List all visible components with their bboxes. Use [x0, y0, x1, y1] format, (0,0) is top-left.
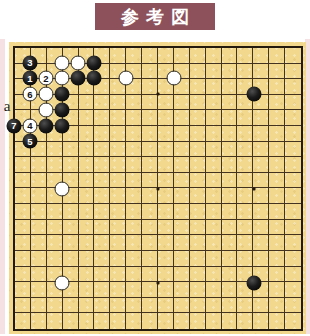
- intersection-7-12[interactable]: [102, 212, 118, 228]
- intersection-6-1[interactable]: [86, 39, 102, 55]
- intersection-17-13[interactable]: [262, 228, 278, 244]
- intersection-6-15[interactable]: [86, 260, 102, 276]
- intersection-5-3[interactable]: [70, 71, 86, 87]
- intersection-15-14[interactable]: [230, 244, 246, 260]
- intersection-15-1[interactable]: [230, 39, 246, 55]
- intersection-9-17[interactable]: [134, 291, 150, 307]
- intersection-12-9[interactable]: [182, 165, 198, 181]
- intersection-15-15[interactable]: [230, 260, 246, 276]
- intersection-19-3[interactable]: [294, 71, 310, 87]
- intersection-8-6[interactable]: [118, 118, 134, 134]
- intersection-1-10[interactable]: [6, 181, 22, 197]
- intersection-5-14[interactable]: [70, 244, 86, 260]
- intersection-18-15[interactable]: [278, 260, 294, 276]
- intersection-10-13[interactable]: [150, 228, 166, 244]
- intersection-8-17[interactable]: [118, 291, 134, 307]
- intersection-13-16[interactable]: [198, 275, 214, 291]
- intersection-7-9[interactable]: [102, 165, 118, 181]
- intersection-13-11[interactable]: [198, 197, 214, 213]
- intersection-1-5[interactable]: a: [6, 102, 22, 118]
- intersection-15-13[interactable]: [230, 228, 246, 244]
- intersection-7-17[interactable]: [102, 291, 118, 307]
- intersection-8-15[interactable]: [118, 260, 134, 276]
- intersection-14-17[interactable]: [214, 291, 230, 307]
- intersection-11-19[interactable]: [166, 323, 182, 336]
- intersection-11-5[interactable]: [166, 102, 182, 118]
- intersection-17-2[interactable]: [262, 55, 278, 71]
- intersection-3-2[interactable]: [38, 55, 54, 71]
- intersection-7-2[interactable]: [102, 55, 118, 71]
- intersection-4-11[interactable]: [54, 197, 70, 213]
- intersection-4-12[interactable]: [54, 212, 70, 228]
- intersection-3-10[interactable]: [38, 181, 54, 197]
- intersection-7-15[interactable]: [102, 260, 118, 276]
- intersection-16-4[interactable]: [246, 86, 262, 102]
- intersection-7-18[interactable]: [102, 307, 118, 323]
- intersection-16-6[interactable]: [246, 118, 262, 134]
- intersection-10-15[interactable]: [150, 260, 166, 276]
- intersection-13-15[interactable]: [198, 260, 214, 276]
- intersection-4-7[interactable]: [54, 134, 70, 150]
- intersection-12-3[interactable]: [182, 71, 198, 87]
- intersection-11-17[interactable]: [166, 291, 182, 307]
- intersection-5-15[interactable]: [70, 260, 86, 276]
- intersection-4-10[interactable]: [54, 181, 70, 197]
- intersection-6-9[interactable]: [86, 165, 102, 181]
- intersection-8-12[interactable]: [118, 212, 134, 228]
- intersection-6-10[interactable]: [86, 181, 102, 197]
- intersection-12-4[interactable]: [182, 86, 198, 102]
- intersection-18-9[interactable]: [278, 165, 294, 181]
- intersection-11-6[interactable]: [166, 118, 182, 134]
- intersection-4-16[interactable]: [54, 275, 70, 291]
- intersection-12-8[interactable]: [182, 149, 198, 165]
- intersection-13-2[interactable]: [198, 55, 214, 71]
- intersection-10-6[interactable]: [150, 118, 166, 134]
- intersection-10-5[interactable]: [150, 102, 166, 118]
- intersection-6-6[interactable]: [86, 118, 102, 134]
- intersection-10-14[interactable]: [150, 244, 166, 260]
- intersection-14-10[interactable]: [214, 181, 230, 197]
- intersection-16-12[interactable]: [246, 212, 262, 228]
- intersection-7-8[interactable]: [102, 149, 118, 165]
- intersection-17-15[interactable]: [262, 260, 278, 276]
- intersection-4-6[interactable]: [54, 118, 70, 134]
- intersection-12-16[interactable]: [182, 275, 198, 291]
- intersection-16-17[interactable]: [246, 291, 262, 307]
- intersection-14-5[interactable]: [214, 102, 230, 118]
- intersection-1-7[interactable]: [6, 134, 22, 150]
- intersection-8-4[interactable]: [118, 86, 134, 102]
- intersection-8-13[interactable]: [118, 228, 134, 244]
- intersection-15-2[interactable]: [230, 55, 246, 71]
- intersection-19-19[interactable]: [294, 323, 310, 336]
- intersection-3-18[interactable]: [38, 307, 54, 323]
- intersection-4-19[interactable]: [54, 323, 70, 336]
- intersection-16-2[interactable]: [246, 55, 262, 71]
- intersection-2-6[interactable]: 4: [22, 118, 38, 134]
- intersection-17-10[interactable]: [262, 181, 278, 197]
- intersection-5-1[interactable]: [70, 39, 86, 55]
- intersection-16-7[interactable]: [246, 134, 262, 150]
- intersection-1-8[interactable]: [6, 149, 22, 165]
- intersection-5-4[interactable]: [70, 86, 86, 102]
- intersection-17-17[interactable]: [262, 291, 278, 307]
- intersection-10-17[interactable]: [150, 291, 166, 307]
- intersection-18-1[interactable]: [278, 39, 294, 55]
- intersection-8-19[interactable]: [118, 323, 134, 336]
- intersection-2-5[interactable]: [22, 102, 38, 118]
- intersection-13-4[interactable]: [198, 86, 214, 102]
- intersection-8-1[interactable]: [118, 39, 134, 55]
- intersection-10-4[interactable]: [150, 86, 166, 102]
- intersection-8-3[interactable]: [118, 71, 134, 87]
- intersection-3-6[interactable]: [38, 118, 54, 134]
- intersection-7-16[interactable]: [102, 275, 118, 291]
- intersection-3-9[interactable]: [38, 165, 54, 181]
- intersection-8-9[interactable]: [118, 165, 134, 181]
- intersection-17-5[interactable]: [262, 102, 278, 118]
- intersection-6-17[interactable]: [86, 291, 102, 307]
- intersection-16-14[interactable]: [246, 244, 262, 260]
- intersection-15-4[interactable]: [230, 86, 246, 102]
- intersection-14-13[interactable]: [214, 228, 230, 244]
- intersection-19-12[interactable]: [294, 212, 310, 228]
- intersection-2-1[interactable]: [22, 39, 38, 55]
- intersection-11-13[interactable]: [166, 228, 182, 244]
- intersection-2-10[interactable]: [22, 181, 38, 197]
- intersection-16-9[interactable]: [246, 165, 262, 181]
- intersection-11-2[interactable]: [166, 55, 182, 71]
- intersection-14-19[interactable]: [214, 323, 230, 336]
- intersection-10-2[interactable]: [150, 55, 166, 71]
- intersection-9-12[interactable]: [134, 212, 150, 228]
- intersection-18-18[interactable]: [278, 307, 294, 323]
- intersection-17-19[interactable]: [262, 323, 278, 336]
- intersection-5-8[interactable]: [70, 149, 86, 165]
- intersection-4-17[interactable]: [54, 291, 70, 307]
- intersection-9-11[interactable]: [134, 197, 150, 213]
- intersection-17-18[interactable]: [262, 307, 278, 323]
- intersection-10-19[interactable]: [150, 323, 166, 336]
- intersection-12-17[interactable]: [182, 291, 198, 307]
- intersection-15-9[interactable]: [230, 165, 246, 181]
- intersection-1-19[interactable]: [6, 323, 22, 336]
- intersection-4-9[interactable]: [54, 165, 70, 181]
- intersection-3-12[interactable]: [38, 212, 54, 228]
- intersection-10-9[interactable]: [150, 165, 166, 181]
- intersection-6-11[interactable]: [86, 197, 102, 213]
- intersection-2-12[interactable]: [22, 212, 38, 228]
- intersection-13-14[interactable]: [198, 244, 214, 260]
- intersection-18-3[interactable]: [278, 71, 294, 87]
- intersection-12-6[interactable]: [182, 118, 198, 134]
- intersection-17-11[interactable]: [262, 197, 278, 213]
- intersection-19-2[interactable]: [294, 55, 310, 71]
- intersection-19-18[interactable]: [294, 307, 310, 323]
- intersection-9-8[interactable]: [134, 149, 150, 165]
- intersection-11-12[interactable]: [166, 212, 182, 228]
- intersection-6-7[interactable]: [86, 134, 102, 150]
- intersection-13-9[interactable]: [198, 165, 214, 181]
- intersection-5-17[interactable]: [70, 291, 86, 307]
- intersection-10-18[interactable]: [150, 307, 166, 323]
- intersection-19-5[interactable]: [294, 102, 310, 118]
- intersection-7-11[interactable]: [102, 197, 118, 213]
- intersection-19-14[interactable]: [294, 244, 310, 260]
- intersection-13-6[interactable]: [198, 118, 214, 134]
- intersection-8-10[interactable]: [118, 181, 134, 197]
- intersection-11-9[interactable]: [166, 165, 182, 181]
- intersection-2-3[interactable]: 1: [22, 71, 38, 87]
- intersection-5-10[interactable]: [70, 181, 86, 197]
- intersection-15-10[interactable]: [230, 181, 246, 197]
- intersection-3-8[interactable]: [38, 149, 54, 165]
- intersection-10-11[interactable]: [150, 197, 166, 213]
- intersection-17-8[interactable]: [262, 149, 278, 165]
- intersection-15-6[interactable]: [230, 118, 246, 134]
- intersection-4-5[interactable]: [54, 102, 70, 118]
- intersection-19-4[interactable]: [294, 86, 310, 102]
- intersection-6-16[interactable]: [86, 275, 102, 291]
- intersection-19-11[interactable]: [294, 197, 310, 213]
- intersection-3-5[interactable]: [38, 102, 54, 118]
- intersection-12-19[interactable]: [182, 323, 198, 336]
- intersection-1-2[interactable]: [6, 55, 22, 71]
- intersection-1-3[interactable]: [6, 71, 22, 87]
- intersection-3-15[interactable]: [38, 260, 54, 276]
- intersection-4-1[interactable]: [54, 39, 70, 55]
- intersection-13-10[interactable]: [198, 181, 214, 197]
- intersection-19-9[interactable]: [294, 165, 310, 181]
- intersection-13-8[interactable]: [198, 149, 214, 165]
- intersection-1-16[interactable]: [6, 275, 22, 291]
- intersection-6-18[interactable]: [86, 307, 102, 323]
- intersection-18-14[interactable]: [278, 244, 294, 260]
- intersection-2-16[interactable]: [22, 275, 38, 291]
- intersection-18-13[interactable]: [278, 228, 294, 244]
- intersection-18-10[interactable]: [278, 181, 294, 197]
- intersection-4-8[interactable]: [54, 149, 70, 165]
- intersection-10-7[interactable]: [150, 134, 166, 150]
- intersection-14-9[interactable]: [214, 165, 230, 181]
- intersection-19-8[interactable]: [294, 149, 310, 165]
- intersection-7-4[interactable]: [102, 86, 118, 102]
- intersection-11-3[interactable]: [166, 71, 182, 87]
- intersection-1-9[interactable]: [6, 165, 22, 181]
- intersection-15-7[interactable]: [230, 134, 246, 150]
- intersection-7-6[interactable]: [102, 118, 118, 134]
- intersection-1-15[interactable]: [6, 260, 22, 276]
- intersection-18-8[interactable]: [278, 149, 294, 165]
- intersection-3-4[interactable]: [38, 86, 54, 102]
- intersection-17-4[interactable]: [262, 86, 278, 102]
- intersection-10-3[interactable]: [150, 71, 166, 87]
- intersection-14-11[interactable]: [214, 197, 230, 213]
- intersection-18-4[interactable]: [278, 86, 294, 102]
- intersection-5-16[interactable]: [70, 275, 86, 291]
- intersection-1-18[interactable]: [6, 307, 22, 323]
- intersection-2-15[interactable]: [22, 260, 38, 276]
- intersection-11-10[interactable]: [166, 181, 182, 197]
- intersection-13-3[interactable]: [198, 71, 214, 87]
- intersection-8-18[interactable]: [118, 307, 134, 323]
- intersection-5-7[interactable]: [70, 134, 86, 150]
- intersection-2-7[interactable]: 5: [22, 134, 38, 150]
- intersection-13-19[interactable]: [198, 323, 214, 336]
- intersection-11-14[interactable]: [166, 244, 182, 260]
- intersection-15-8[interactable]: [230, 149, 246, 165]
- intersection-17-3[interactable]: [262, 71, 278, 87]
- intersection-16-19[interactable]: [246, 323, 262, 336]
- intersection-19-17[interactable]: [294, 291, 310, 307]
- intersection-9-10[interactable]: [134, 181, 150, 197]
- intersection-13-12[interactable]: [198, 212, 214, 228]
- intersection-7-7[interactable]: [102, 134, 118, 150]
- intersection-7-10[interactable]: [102, 181, 118, 197]
- intersection-4-15[interactable]: [54, 260, 70, 276]
- intersection-5-12[interactable]: [70, 212, 86, 228]
- intersection-4-2[interactable]: [54, 55, 70, 71]
- intersection-14-4[interactable]: [214, 86, 230, 102]
- intersection-6-19[interactable]: [86, 323, 102, 336]
- intersection-3-3[interactable]: 2: [38, 71, 54, 87]
- intersection-6-12[interactable]: [86, 212, 102, 228]
- intersection-2-13[interactable]: [22, 228, 38, 244]
- intersection-7-5[interactable]: [102, 102, 118, 118]
- intersection-14-7[interactable]: [214, 134, 230, 150]
- intersection-14-14[interactable]: [214, 244, 230, 260]
- intersection-13-5[interactable]: [198, 102, 214, 118]
- intersection-3-17[interactable]: [38, 291, 54, 307]
- intersection-12-2[interactable]: [182, 55, 198, 71]
- intersection-8-11[interactable]: [118, 197, 134, 213]
- intersection-11-18[interactable]: [166, 307, 182, 323]
- intersection-12-11[interactable]: [182, 197, 198, 213]
- intersection-5-19[interactable]: [70, 323, 86, 336]
- intersection-12-1[interactable]: [182, 39, 198, 55]
- intersection-6-14[interactable]: [86, 244, 102, 260]
- intersection-8-7[interactable]: [118, 134, 134, 150]
- intersection-10-16[interactable]: [150, 275, 166, 291]
- intersection-12-14[interactable]: [182, 244, 198, 260]
- intersection-9-4[interactable]: [134, 86, 150, 102]
- intersection-2-11[interactable]: [22, 197, 38, 213]
- intersection-1-14[interactable]: [6, 244, 22, 260]
- intersection-13-17[interactable]: [198, 291, 214, 307]
- intersection-10-10[interactable]: [150, 181, 166, 197]
- intersection-19-13[interactable]: [294, 228, 310, 244]
- intersection-7-14[interactable]: [102, 244, 118, 260]
- intersection-12-12[interactable]: [182, 212, 198, 228]
- intersection-14-12[interactable]: [214, 212, 230, 228]
- intersection-6-3[interactable]: [86, 71, 102, 87]
- intersection-8-8[interactable]: [118, 149, 134, 165]
- intersection-17-7[interactable]: [262, 134, 278, 150]
- intersection-14-16[interactable]: [214, 275, 230, 291]
- intersection-2-19[interactable]: [22, 323, 38, 336]
- intersection-2-17[interactable]: [22, 291, 38, 307]
- intersection-19-15[interactable]: [294, 260, 310, 276]
- intersection-14-18[interactable]: [214, 307, 230, 323]
- intersection-18-17[interactable]: [278, 291, 294, 307]
- intersection-2-18[interactable]: [22, 307, 38, 323]
- intersection-8-2[interactable]: [118, 55, 134, 71]
- intersection-17-14[interactable]: [262, 244, 278, 260]
- intersection-16-8[interactable]: [246, 149, 262, 165]
- intersection-10-12[interactable]: [150, 212, 166, 228]
- intersection-19-16[interactable]: [294, 275, 310, 291]
- intersection-16-11[interactable]: [246, 197, 262, 213]
- intersection-4-14[interactable]: [54, 244, 70, 260]
- intersection-5-5[interactable]: [70, 102, 86, 118]
- intersection-3-7[interactable]: [38, 134, 54, 150]
- intersection-17-12[interactable]: [262, 212, 278, 228]
- intersection-12-10[interactable]: [182, 181, 198, 197]
- intersection-11-8[interactable]: [166, 149, 182, 165]
- intersection-12-5[interactable]: [182, 102, 198, 118]
- intersection-8-5[interactable]: [118, 102, 134, 118]
- intersection-18-2[interactable]: [278, 55, 294, 71]
- intersection-14-6[interactable]: [214, 118, 230, 134]
- intersection-15-18[interactable]: [230, 307, 246, 323]
- intersection-1-11[interactable]: [6, 197, 22, 213]
- intersection-16-13[interactable]: [246, 228, 262, 244]
- intersection-15-16[interactable]: [230, 275, 246, 291]
- intersection-14-1[interactable]: [214, 39, 230, 55]
- intersection-9-14[interactable]: [134, 244, 150, 260]
- intersection-12-15[interactable]: [182, 260, 198, 276]
- intersection-3-11[interactable]: [38, 197, 54, 213]
- intersection-15-12[interactable]: [230, 212, 246, 228]
- intersection-3-16[interactable]: [38, 275, 54, 291]
- intersection-17-6[interactable]: [262, 118, 278, 134]
- intersection-5-9[interactable]: [70, 165, 86, 181]
- intersection-14-15[interactable]: [214, 260, 230, 276]
- intersection-7-13[interactable]: [102, 228, 118, 244]
- intersection-15-5[interactable]: [230, 102, 246, 118]
- intersection-14-2[interactable]: [214, 55, 230, 71]
- intersection-18-11[interactable]: [278, 197, 294, 213]
- intersection-1-6[interactable]: 7: [6, 118, 22, 134]
- intersection-11-1[interactable]: [166, 39, 182, 55]
- intersection-9-16[interactable]: [134, 275, 150, 291]
- intersection-9-2[interactable]: [134, 55, 150, 71]
- intersection-2-14[interactable]: [22, 244, 38, 260]
- intersection-16-3[interactable]: [246, 71, 262, 87]
- intersection-9-5[interactable]: [134, 102, 150, 118]
- intersection-12-18[interactable]: [182, 307, 198, 323]
- intersection-5-6[interactable]: [70, 118, 86, 134]
- intersection-18-5[interactable]: [278, 102, 294, 118]
- intersection-19-1[interactable]: [294, 39, 310, 55]
- intersection-9-18[interactable]: [134, 307, 150, 323]
- intersection-11-7[interactable]: [166, 134, 182, 150]
- intersection-1-1[interactable]: [6, 39, 22, 55]
- intersection-18-7[interactable]: [278, 134, 294, 150]
- intersection-10-8[interactable]: [150, 149, 166, 165]
- intersection-7-1[interactable]: [102, 39, 118, 55]
- intersection-9-7[interactable]: [134, 134, 150, 150]
- intersection-6-8[interactable]: [86, 149, 102, 165]
- intersection-18-12[interactable]: [278, 212, 294, 228]
- intersection-3-13[interactable]: [38, 228, 54, 244]
- intersection-15-3[interactable]: [230, 71, 246, 87]
- intersection-18-16[interactable]: [278, 275, 294, 291]
- intersection-9-3[interactable]: [134, 71, 150, 87]
- intersection-1-13[interactable]: [6, 228, 22, 244]
- intersection-9-15[interactable]: [134, 260, 150, 276]
